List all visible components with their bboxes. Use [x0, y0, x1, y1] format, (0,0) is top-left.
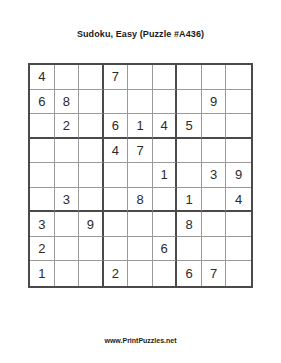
sudoku-cell-r7c8 [202, 212, 227, 237]
sudoku-cell-r1c6 [153, 65, 178, 90]
sudoku-cell-r9c8: 7 [202, 261, 227, 286]
printable-puzzle-page: Sudoku, Easy (Puzzle #A436) 476892614547… [0, 0, 281, 363]
sudoku-cell-r2c1: 6 [30, 90, 55, 115]
sudoku-cell-r8c6: 6 [153, 237, 178, 262]
sudoku-cell-r8c9 [226, 237, 251, 262]
sudoku-cell-r4c1 [30, 139, 55, 164]
sudoku-cell-r9c7: 6 [177, 261, 202, 286]
sudoku-cell-r1c5 [128, 65, 153, 90]
sudoku-cell-r6c3 [79, 188, 104, 213]
sudoku-cell-r1c3 [79, 65, 104, 90]
sudoku-cell-r2c4 [104, 90, 129, 115]
sudoku-cell-r4c4: 4 [104, 139, 129, 164]
sudoku-cell-r3c7: 5 [177, 114, 202, 139]
sudoku-cell-r9c3 [79, 261, 104, 286]
sudoku-cell-r2c7 [177, 90, 202, 115]
sudoku-cell-r5c8: 3 [202, 163, 227, 188]
sudoku-cell-r2c5 [128, 90, 153, 115]
footer-url: www.PrintPuzzles.net [0, 337, 281, 344]
sudoku-cell-r5c2 [55, 163, 80, 188]
sudoku-cell-r5c4 [104, 163, 129, 188]
sudoku-cell-r6c4 [104, 188, 129, 213]
sudoku-cell-r4c8 [202, 139, 227, 164]
sudoku-cell-r8c2 [55, 237, 80, 262]
sudoku-cell-r2c3 [79, 90, 104, 115]
sudoku-cell-r5c9: 9 [226, 163, 251, 188]
sudoku-cell-r6c7: 1 [177, 188, 202, 213]
sudoku-cell-r1c4: 7 [104, 65, 129, 90]
sudoku-cell-r7c7: 8 [177, 212, 202, 237]
sudoku-cell-r7c6 [153, 212, 178, 237]
sudoku-cell-r2c2: 8 [55, 90, 80, 115]
sudoku-cell-r9c9 [226, 261, 251, 286]
sudoku-cell-r4c9 [226, 139, 251, 164]
sudoku-cell-r4c6 [153, 139, 178, 164]
sudoku-cell-r2c8: 9 [202, 90, 227, 115]
sudoku-cell-r3c2: 2 [55, 114, 80, 139]
sudoku-cell-r1c2 [55, 65, 80, 90]
sudoku-cell-r1c8 [202, 65, 227, 90]
sudoku-cell-r7c1: 3 [30, 212, 55, 237]
sudoku-cell-r4c2 [55, 139, 80, 164]
sudoku-cell-r4c7 [177, 139, 202, 164]
sudoku-cell-r7c9 [226, 212, 251, 237]
sudoku-cell-r6c6 [153, 188, 178, 213]
sudoku-cell-r2c6 [153, 90, 178, 115]
sudoku-cell-r1c9 [226, 65, 251, 90]
sudoku-cell-r1c7 [177, 65, 202, 90]
sudoku-cell-r9c1: 1 [30, 261, 55, 286]
sudoku-cell-r8c3 [79, 237, 104, 262]
sudoku-cell-r4c5: 7 [128, 139, 153, 164]
sudoku-cell-r8c4 [104, 237, 129, 262]
sudoku-cell-r8c1: 2 [30, 237, 55, 262]
sudoku-cell-r5c1 [30, 163, 55, 188]
sudoku-cell-r3c4: 6 [104, 114, 129, 139]
sudoku-cell-r6c5: 8 [128, 188, 153, 213]
sudoku-cell-r4c3 [79, 139, 104, 164]
sudoku-cell-r8c8 [202, 237, 227, 262]
sudoku-cell-r5c6: 1 [153, 163, 178, 188]
sudoku-cell-r3c3 [79, 114, 104, 139]
sudoku-cell-r7c2 [55, 212, 80, 237]
sudoku-cell-r1c1: 4 [30, 65, 55, 90]
sudoku-cell-r5c5 [128, 163, 153, 188]
puzzle-title: Sudoku, Easy (Puzzle #A436) [0, 29, 281, 39]
sudoku-cell-r8c5 [128, 237, 153, 262]
sudoku-cell-r3c1 [30, 114, 55, 139]
sudoku-cell-r6c1 [30, 188, 55, 213]
sudoku-cell-r3c5: 1 [128, 114, 153, 139]
sudoku-cell-r8c7 [177, 237, 202, 262]
sudoku-cell-r7c3: 9 [79, 212, 104, 237]
sudoku-board: 4768926145471393814398261267 [28, 63, 253, 288]
sudoku-cell-r7c5 [128, 212, 153, 237]
sudoku-cell-r3c9 [226, 114, 251, 139]
sudoku-cell-r9c4: 2 [104, 261, 129, 286]
sudoku-cell-r9c6 [153, 261, 178, 286]
sudoku-cell-r3c6: 4 [153, 114, 178, 139]
sudoku-cell-r9c2 [55, 261, 80, 286]
sudoku-cell-r5c7 [177, 163, 202, 188]
sudoku-cell-r6c9: 4 [226, 188, 251, 213]
sudoku-cell-r7c4 [104, 212, 129, 237]
sudoku-cell-r2c9 [226, 90, 251, 115]
sudoku-cell-r6c2: 3 [55, 188, 80, 213]
sudoku-cell-r3c8 [202, 114, 227, 139]
sudoku-cell-r9c5 [128, 261, 153, 286]
sudoku-cell-r6c8 [202, 188, 227, 213]
sudoku-cell-r5c3 [79, 163, 104, 188]
